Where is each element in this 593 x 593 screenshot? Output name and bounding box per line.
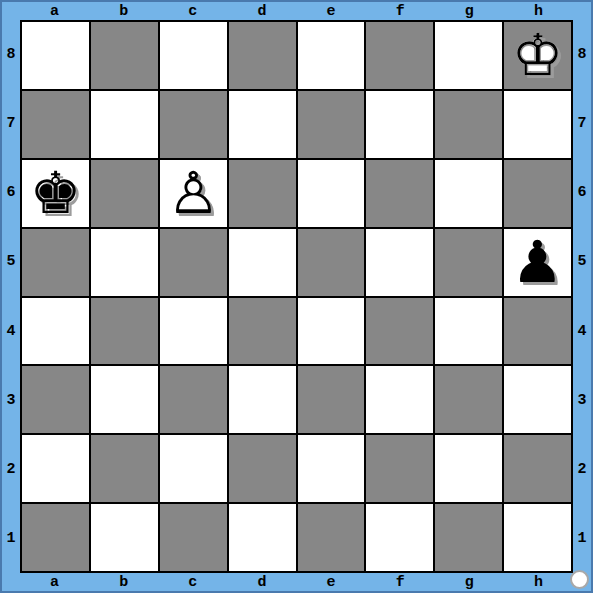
square-d4[interactable]	[229, 298, 296, 365]
square-e3[interactable]	[298, 366, 365, 433]
square-b2[interactable]	[91, 435, 158, 502]
file-label-h: h	[504, 573, 573, 591]
rank-label-6: 6	[573, 158, 591, 227]
square-h1[interactable]	[504, 504, 571, 571]
white-pawn[interactable]: ♟♙	[160, 160, 227, 227]
black-king[interactable]: ♚	[22, 160, 89, 227]
file-label-f: f	[366, 573, 435, 591]
square-f5[interactable]	[366, 229, 433, 296]
rank-labels-right: 87654321	[573, 20, 591, 573]
square-g6[interactable]	[435, 160, 502, 227]
square-e5[interactable]	[298, 229, 365, 296]
file-label-e: e	[297, 573, 366, 591]
square-f4[interactable]	[366, 298, 433, 365]
square-g4[interactable]	[435, 298, 502, 365]
square-e7[interactable]	[298, 91, 365, 158]
square-b3[interactable]	[91, 366, 158, 433]
square-c7[interactable]	[160, 91, 227, 158]
file-label-d: d	[227, 2, 296, 20]
square-c5[interactable]	[160, 229, 227, 296]
square-h3[interactable]	[504, 366, 571, 433]
square-a2[interactable]	[22, 435, 89, 502]
square-g8[interactable]	[435, 22, 502, 89]
square-g3[interactable]	[435, 366, 502, 433]
square-e4[interactable]	[298, 298, 365, 365]
square-b1[interactable]	[91, 504, 158, 571]
square-d7[interactable]	[229, 91, 296, 158]
black-pawn-glyph: ♟	[512, 233, 564, 291]
rank-label-1: 1	[573, 504, 591, 573]
file-label-d: d	[227, 573, 296, 591]
square-g5[interactable]	[435, 229, 502, 296]
square-d2[interactable]	[229, 435, 296, 502]
square-b5[interactable]	[91, 229, 158, 296]
rank-label-8: 8	[573, 20, 591, 89]
square-a1[interactable]	[22, 504, 89, 571]
file-label-e: e	[297, 2, 366, 20]
square-b6[interactable]	[91, 160, 158, 227]
white-to-move-indicator	[570, 570, 589, 589]
square-f2[interactable]	[366, 435, 433, 502]
white-king-outline: ♔	[512, 26, 564, 84]
square-d8[interactable]	[229, 22, 296, 89]
file-labels-bottom: abcdefgh	[20, 573, 573, 591]
square-h6[interactable]	[504, 160, 571, 227]
rank-label-7: 7	[2, 89, 20, 158]
square-h8[interactable]: ♚♔	[504, 22, 571, 89]
file-label-a: a	[20, 573, 89, 591]
chess-board-window: abcdefgh abcdefgh 87654321 87654321 ♚♔♚♟…	[0, 0, 593, 593]
file-label-c: c	[158, 2, 227, 20]
square-e6[interactable]	[298, 160, 365, 227]
file-label-g: g	[435, 2, 504, 20]
square-d1[interactable]	[229, 504, 296, 571]
square-f7[interactable]	[366, 91, 433, 158]
square-h4[interactable]	[504, 298, 571, 365]
square-d6[interactable]	[229, 160, 296, 227]
square-a6[interactable]: ♚	[22, 160, 89, 227]
rank-label-1: 1	[2, 504, 20, 573]
square-f1[interactable]	[366, 504, 433, 571]
file-label-c: c	[158, 573, 227, 591]
square-h7[interactable]	[504, 91, 571, 158]
rank-label-8: 8	[2, 20, 20, 89]
rank-label-6: 6	[2, 158, 20, 227]
white-pawn-outline: ♙	[167, 164, 219, 222]
chess-board: ♚♔♚♟♙♟	[20, 20, 573, 573]
square-c2[interactable]	[160, 435, 227, 502]
rank-labels-left: 87654321	[2, 20, 20, 573]
rank-label-4: 4	[2, 297, 20, 366]
square-g2[interactable]	[435, 435, 502, 502]
white-king[interactable]: ♚♔	[504, 22, 571, 89]
black-pawn[interactable]: ♟	[504, 229, 571, 296]
square-b4[interactable]	[91, 298, 158, 365]
file-label-a: a	[20, 2, 89, 20]
square-a8[interactable]	[22, 22, 89, 89]
square-b8[interactable]	[91, 22, 158, 89]
square-a4[interactable]	[22, 298, 89, 365]
rank-label-5: 5	[573, 227, 591, 296]
square-d5[interactable]	[229, 229, 296, 296]
square-c1[interactable]	[160, 504, 227, 571]
rank-label-4: 4	[573, 297, 591, 366]
square-f6[interactable]	[366, 160, 433, 227]
square-c8[interactable]	[160, 22, 227, 89]
square-a5[interactable]	[22, 229, 89, 296]
square-a3[interactable]	[22, 366, 89, 433]
square-f3[interactable]	[366, 366, 433, 433]
square-g7[interactable]	[435, 91, 502, 158]
file-label-b: b	[89, 2, 158, 20]
rank-label-5: 5	[2, 227, 20, 296]
square-f8[interactable]	[366, 22, 433, 89]
square-c3[interactable]	[160, 366, 227, 433]
square-b7[interactable]	[91, 91, 158, 158]
file-label-f: f	[366, 2, 435, 20]
black-king-glyph: ♚	[29, 164, 81, 222]
rank-label-3: 3	[2, 366, 20, 435]
square-e8[interactable]	[298, 22, 365, 89]
square-e1[interactable]	[298, 504, 365, 571]
square-h2[interactable]	[504, 435, 571, 502]
rank-label-2: 2	[2, 435, 20, 504]
file-label-h: h	[504, 2, 573, 20]
square-c6[interactable]: ♟♙	[160, 160, 227, 227]
file-labels-top: abcdefgh	[20, 2, 573, 20]
square-h5[interactable]: ♟	[504, 229, 571, 296]
square-c4[interactable]	[160, 298, 227, 365]
rank-label-7: 7	[573, 89, 591, 158]
rank-label-3: 3	[573, 366, 591, 435]
square-e2[interactable]	[298, 435, 365, 502]
file-label-g: g	[435, 573, 504, 591]
square-a7[interactable]	[22, 91, 89, 158]
square-g1[interactable]	[435, 504, 502, 571]
rank-label-2: 2	[573, 435, 591, 504]
file-label-b: b	[89, 573, 158, 591]
square-d3[interactable]	[229, 366, 296, 433]
